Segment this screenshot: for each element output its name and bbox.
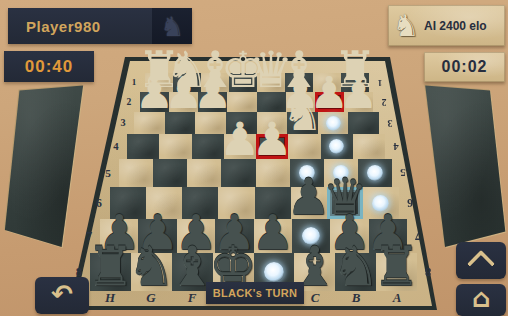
square-a2[interactable]: ♟ bbox=[344, 92, 373, 112]
rank-label-right-1: 1 bbox=[373, 73, 387, 92]
ai-banner: ♞ AI 2400 elo bbox=[388, 5, 505, 46]
square-h8[interactable]: ♜ bbox=[90, 253, 131, 291]
rank-label-right-7: 7 bbox=[411, 219, 425, 253]
rank-label-left-7: 7 bbox=[82, 219, 96, 253]
ai-name: AI 2400 elo bbox=[424, 19, 505, 33]
player-banner: Player980 ♞ bbox=[8, 8, 192, 44]
square-g4[interactable] bbox=[159, 134, 191, 159]
rank-row-4: ♟♟ bbox=[127, 134, 385, 159]
rank-label-left-6: 6 bbox=[92, 187, 106, 219]
square-e5[interactable] bbox=[221, 159, 255, 187]
chess-app-screen: ♜♞♝♚♛♝♜♟♟♟♟♟♟♞♟♟♟♛♟♟♟♟♟♟♟♜♞♝♚♝♞♜ HGFEDCB… bbox=[0, 0, 508, 316]
rank-label-left-5: 5 bbox=[101, 159, 115, 187]
rank-label-right-2: 2 bbox=[377, 92, 391, 112]
square-a8[interactable]: ♜ bbox=[376, 253, 417, 291]
square-d4[interactable]: ♟ bbox=[256, 134, 288, 159]
square-f2[interactable]: ♟ bbox=[198, 92, 227, 112]
square-g3[interactable] bbox=[165, 112, 196, 134]
rank-label-right-8: 8 bbox=[421, 253, 435, 291]
turn-text: BLACK's TURN bbox=[213, 287, 297, 299]
square-g8[interactable]: ♞ bbox=[131, 253, 172, 291]
knight-glyph: ♞ bbox=[160, 13, 184, 40]
player-clock-value: 00:40 bbox=[25, 57, 73, 77]
square-a4[interactable] bbox=[353, 134, 385, 159]
square-b8[interactable]: ♞ bbox=[335, 253, 376, 291]
chevron-up-icon bbox=[467, 249, 495, 277]
square-b4[interactable] bbox=[321, 134, 353, 159]
ai-clock: 00:02 bbox=[424, 52, 505, 82]
rank-label-right-3: 3 bbox=[383, 112, 397, 134]
square-c6[interactable]: ♟ bbox=[291, 187, 327, 219]
square-h4[interactable] bbox=[127, 134, 159, 159]
home-button[interactable]: ⌂ bbox=[456, 284, 506, 316]
piece-white-pawn[interactable]: ♟ bbox=[252, 116, 293, 162]
rank-label-left-2: 2 bbox=[122, 92, 136, 112]
player-clock: 00:40 bbox=[4, 51, 94, 82]
move-hint-orb-a5[interactable] bbox=[367, 165, 383, 181]
piece-black-pawn[interactable]: ♟ bbox=[251, 208, 294, 256]
rank-label-left-1: 1 bbox=[127, 73, 141, 92]
square-e2[interactable] bbox=[227, 92, 256, 112]
move-hint-orb-b4[interactable] bbox=[329, 139, 344, 154]
square-g5[interactable] bbox=[153, 159, 187, 187]
rank-label-right-5: 5 bbox=[396, 159, 410, 187]
square-b3[interactable] bbox=[318, 112, 349, 134]
black-knight-icon: ♞ bbox=[152, 8, 192, 44]
captured-pieces-tray-right bbox=[418, 82, 508, 252]
rank-label-left-4: 4 bbox=[109, 134, 123, 159]
move-hint-orb-d8[interactable] bbox=[264, 262, 284, 282]
rank-label-right-6: 6 bbox=[403, 187, 417, 219]
square-c4[interactable] bbox=[288, 134, 320, 159]
rank-row-2: ♟♟♟♟♟♟ bbox=[140, 92, 373, 112]
undo-icon: ↶ bbox=[51, 281, 73, 307]
home-icon: ⌂ bbox=[472, 285, 491, 311]
player-name: Player980 bbox=[8, 18, 152, 35]
rank-label-right-4: 4 bbox=[389, 134, 403, 159]
square-h5[interactable] bbox=[119, 159, 153, 187]
undo-button[interactable]: ↶ bbox=[35, 277, 89, 314]
move-hint-orb-b3[interactable] bbox=[326, 116, 341, 131]
white-knight-icon: ♞ bbox=[388, 11, 424, 41]
square-f5[interactable] bbox=[187, 159, 221, 187]
rank-label-left-3: 3 bbox=[116, 112, 130, 134]
square-d5[interactable] bbox=[256, 159, 290, 187]
turn-indicator: BLACK's TURN bbox=[206, 282, 304, 304]
square-h3[interactable] bbox=[134, 112, 165, 134]
tray-surface bbox=[4, 82, 90, 252]
ai-clock-value: 00:02 bbox=[442, 58, 488, 76]
tray-surface bbox=[418, 82, 508, 252]
square-a3[interactable] bbox=[348, 112, 379, 134]
square-d7[interactable]: ♟ bbox=[254, 219, 292, 253]
captured-pieces-tray-left bbox=[4, 82, 90, 252]
raise-view-button[interactable] bbox=[456, 242, 506, 279]
